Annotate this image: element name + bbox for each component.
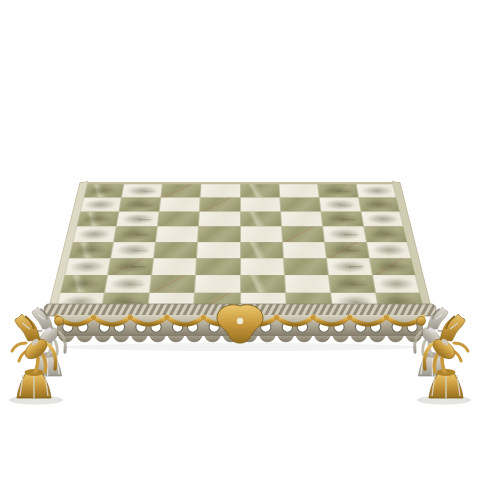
- square-g4[interactable]: [200, 198, 239, 212]
- silver-pawn[interactable]: ♟: [104, 261, 147, 309]
- square-h6[interactable]: [279, 184, 318, 197]
- square-c4[interactable]: [196, 258, 239, 274]
- square-a6[interactable]: [286, 293, 332, 311]
- square-b6[interactable]: [285, 275, 330, 292]
- chess-board: ♜♟♟♜♞♟♟♞♝♟♟♝♚♟♟♚♛♟♟♛♝♟♟♝♞♟♟♞♜♟♟♜: [47, 182, 433, 314]
- board-perspective-wrapper: ♜♟♟♜♞♟♟♞♝♟♟♝♚♟♟♚♛♟♟♛♝♟♟♝♞♟♟♞♜♟♟♜: [0, 0, 480, 480]
- square-b3[interactable]: [150, 275, 195, 292]
- square-c5[interactable]: [241, 258, 284, 274]
- chess-set-photo: ♜♟♟♜♞♟♟♞♝♟♟♝♚♟♟♚♛♟♟♛♝♟♟♝♞♟♟♞♜♟♟♜: [0, 0, 480, 480]
- silver-rook[interactable]: ♜: [50, 241, 110, 308]
- square-c3[interactable]: [152, 258, 196, 274]
- square-c6[interactable]: [284, 258, 328, 274]
- square-f4[interactable]: [199, 212, 239, 226]
- square-b4[interactable]: [195, 275, 239, 292]
- square-f3[interactable]: [158, 212, 199, 226]
- square-e6[interactable]: [282, 227, 324, 242]
- square-a1[interactable]: ♜: [56, 293, 104, 311]
- square-h3[interactable]: [162, 184, 201, 197]
- square-a4[interactable]: [194, 293, 239, 311]
- square-b5[interactable]: [241, 275, 285, 292]
- square-g5[interactable]: [240, 198, 279, 212]
- square-d5[interactable]: [241, 242, 283, 258]
- square-e4[interactable]: [198, 227, 239, 242]
- square-a3[interactable]: [148, 293, 194, 311]
- square-a2[interactable]: ♟: [102, 293, 149, 311]
- square-d6[interactable]: [283, 242, 326, 258]
- square-g6[interactable]: [280, 198, 320, 212]
- square-h4[interactable]: [201, 184, 240, 197]
- square-g3[interactable]: [160, 198, 200, 212]
- gold-rook[interactable]: ♜: [370, 241, 430, 308]
- square-h5[interactable]: [240, 184, 279, 197]
- square-d3[interactable]: [154, 242, 197, 258]
- square-f6[interactable]: [281, 212, 322, 226]
- square-f5[interactable]: [240, 212, 280, 226]
- square-d4[interactable]: [197, 242, 239, 258]
- square-a5[interactable]: [241, 293, 286, 311]
- square-a8[interactable]: ♜: [376, 293, 424, 311]
- square-e3[interactable]: [156, 227, 198, 242]
- square-e5[interactable]: [240, 227, 281, 242]
